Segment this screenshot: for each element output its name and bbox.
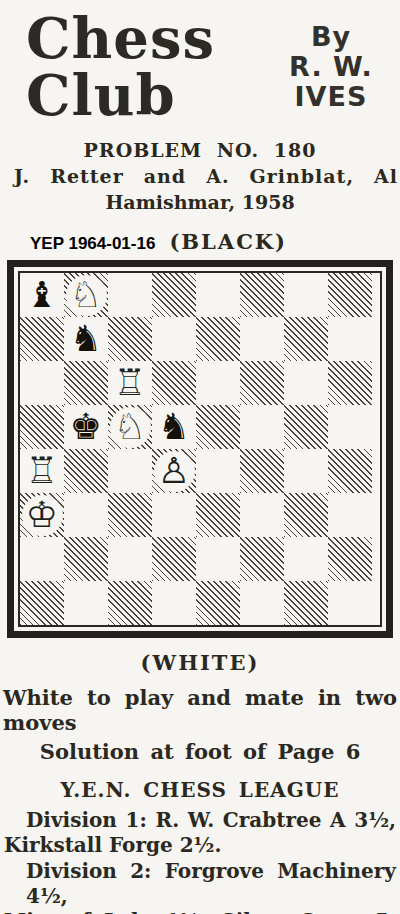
white-knight-piece-b8: ♘ bbox=[66, 275, 107, 316]
league-line-kirkstall: Kirkstall Forge 2½. bbox=[0, 833, 400, 858]
league-line-division2: Division 2: Forgrove Machinery 4½, bbox=[0, 859, 400, 909]
problem-source: Hamishmar, 1958 bbox=[0, 190, 400, 216]
square-d6 bbox=[152, 361, 196, 405]
square-a5 bbox=[20, 405, 64, 449]
square-d5: ♞ bbox=[152, 405, 196, 449]
stamp-row: YEP 1964-01-16 (BLACK) bbox=[0, 229, 400, 254]
square-b5: ♚ bbox=[64, 405, 108, 449]
square-c5: ♘ bbox=[108, 405, 152, 449]
square-a2 bbox=[20, 537, 64, 581]
square-b6 bbox=[64, 361, 108, 405]
problem-authors: J. Retter and A. Grinblat, Al bbox=[0, 164, 400, 190]
byline: By R. W. IVES bbox=[272, 22, 390, 113]
square-f6 bbox=[240, 361, 284, 405]
square-f4 bbox=[240, 449, 284, 493]
square-g6 bbox=[284, 361, 328, 405]
square-h7 bbox=[328, 317, 372, 361]
square-d1 bbox=[152, 581, 196, 625]
stipulation-text: White to play and mate in two moves bbox=[0, 685, 400, 735]
square-e8 bbox=[196, 273, 240, 317]
square-c6: ♖ bbox=[108, 361, 152, 405]
square-a1 bbox=[20, 581, 64, 625]
square-h6 bbox=[328, 361, 372, 405]
square-c3 bbox=[108, 493, 152, 537]
square-d2 bbox=[152, 537, 196, 581]
league-line-minlab: Min. of Lab. 1½; Silver Cross 5, bbox=[0, 909, 400, 914]
square-d3 bbox=[152, 493, 196, 537]
square-c2 bbox=[108, 537, 152, 581]
square-f5 bbox=[240, 405, 284, 449]
square-a8: ♝ bbox=[20, 273, 64, 317]
title-line-1: Chess bbox=[26, 10, 272, 67]
masthead: Chess Club By R. W. IVES bbox=[0, 0, 400, 124]
square-a7 bbox=[20, 317, 64, 361]
square-g5 bbox=[284, 405, 328, 449]
square-c1 bbox=[108, 581, 152, 625]
square-e5 bbox=[196, 405, 240, 449]
league-heading: Y.E.N. CHESS LEAGUE bbox=[0, 778, 400, 802]
square-e6 bbox=[196, 361, 240, 405]
square-a3: ♔ bbox=[20, 493, 64, 537]
square-b1 bbox=[64, 581, 108, 625]
square-h8 bbox=[328, 273, 372, 317]
square-d7 bbox=[152, 317, 196, 361]
black-king-piece-b5: ♚ bbox=[66, 407, 107, 448]
white-rook-piece-a4: ♖ bbox=[22, 451, 63, 492]
black-side-label: (BLACK) bbox=[169, 229, 287, 254]
byline-by: By bbox=[272, 22, 390, 52]
black-knight-piece-d5: ♞ bbox=[154, 407, 195, 448]
square-h5 bbox=[328, 405, 372, 449]
white-pawn-piece-d4: ♙ bbox=[154, 451, 195, 492]
white-rook-piece-c6: ♖ bbox=[110, 363, 151, 404]
square-g3 bbox=[284, 493, 328, 537]
chess-board-grid: ♝♘♞♖♚♘♞♖♙♔ bbox=[18, 271, 382, 627]
league-results: Division 1: R. W. Crabtree A 3½, Kirksta… bbox=[0, 808, 400, 914]
square-d4: ♙ bbox=[152, 449, 196, 493]
chess-board-frame: ♝♘♞♖♚♘♞♖♙♔ bbox=[7, 260, 393, 638]
square-g8 bbox=[284, 273, 328, 317]
white-side-label: (WHITE) bbox=[0, 650, 400, 675]
solution-note: Solution at foot of Page 6 bbox=[0, 739, 400, 764]
column-title: Chess Club bbox=[26, 10, 272, 124]
square-h3 bbox=[328, 493, 372, 537]
square-e4 bbox=[196, 449, 240, 493]
square-g7 bbox=[284, 317, 328, 361]
square-e3 bbox=[196, 493, 240, 537]
square-c7 bbox=[108, 317, 152, 361]
byline-surname: IVES bbox=[272, 82, 390, 112]
square-b8: ♘ bbox=[64, 273, 108, 317]
square-b4 bbox=[64, 449, 108, 493]
square-g1 bbox=[284, 581, 328, 625]
square-d8 bbox=[152, 273, 196, 317]
square-a6 bbox=[20, 361, 64, 405]
square-f8 bbox=[240, 273, 284, 317]
square-h4 bbox=[328, 449, 372, 493]
square-b3 bbox=[64, 493, 108, 537]
square-e1 bbox=[196, 581, 240, 625]
square-b7: ♞ bbox=[64, 317, 108, 361]
square-g2 bbox=[284, 537, 328, 581]
white-knight-piece-c5: ♘ bbox=[110, 407, 151, 448]
league-line-division1: Division 1: R. W. Crabtree A 3½, bbox=[0, 808, 400, 833]
date-stamp: YEP 1964-01-16 bbox=[30, 234, 155, 254]
problem-number: PROBLEM NO. 180 bbox=[0, 138, 400, 164]
black-knight-piece-b7: ♞ bbox=[66, 319, 107, 360]
square-a4: ♖ bbox=[20, 449, 64, 493]
byline-initials: R. W. bbox=[272, 52, 390, 82]
square-e2 bbox=[196, 537, 240, 581]
square-f3 bbox=[240, 493, 284, 537]
square-h2 bbox=[328, 537, 372, 581]
square-h1 bbox=[328, 581, 372, 625]
square-f7 bbox=[240, 317, 284, 361]
problem-heading-block: PROBLEM NO. 180 J. Retter and A. Grinbla… bbox=[0, 138, 400, 215]
square-b2 bbox=[64, 537, 108, 581]
title-line-2: Club bbox=[26, 67, 272, 124]
white-king-piece-a3: ♔ bbox=[22, 495, 63, 536]
square-f1 bbox=[240, 581, 284, 625]
square-f2 bbox=[240, 537, 284, 581]
square-e7 bbox=[196, 317, 240, 361]
black-bishop-piece-a8: ♝ bbox=[22, 275, 63, 316]
square-c8 bbox=[108, 273, 152, 317]
square-g4 bbox=[284, 449, 328, 493]
square-c4 bbox=[108, 449, 152, 493]
